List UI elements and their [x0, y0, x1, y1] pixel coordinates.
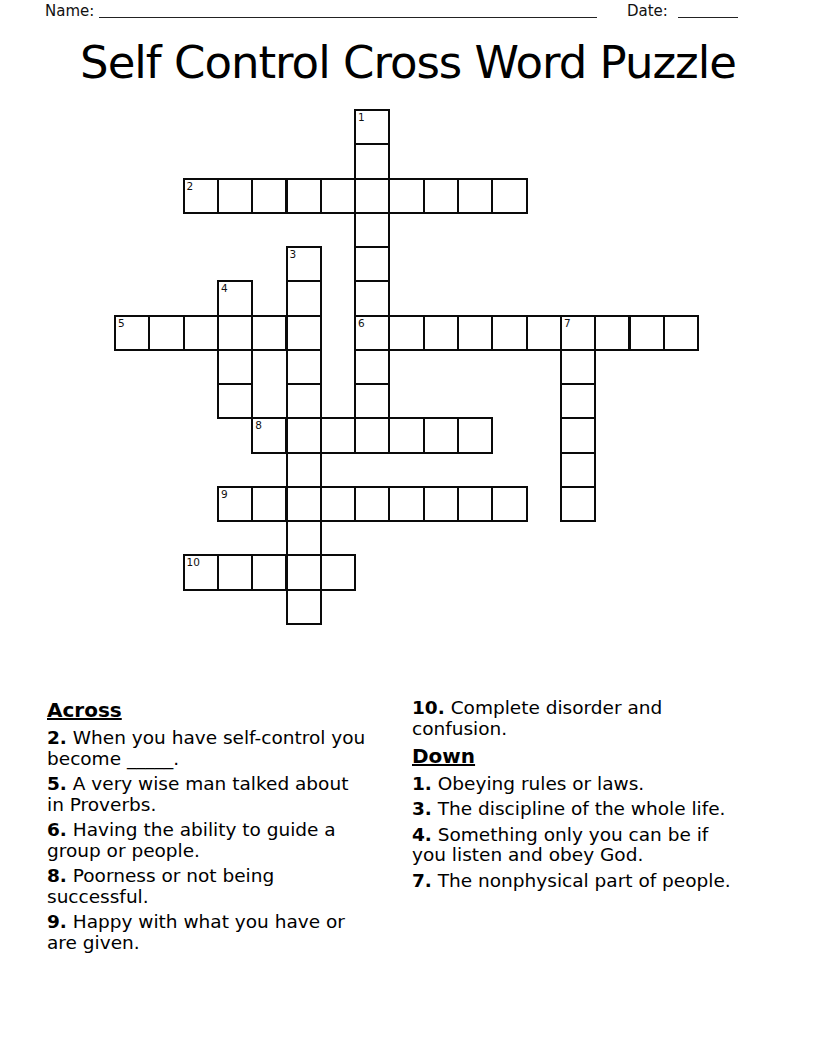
cell-r9-c6[interactable] [320, 417, 356, 453]
cell-r2-c11[interactable] [491, 178, 527, 214]
cell-r6-c16[interactable] [663, 315, 699, 351]
cell-r2-c4[interactable] [251, 178, 287, 214]
cell-r9-c4[interactable]: 8 [251, 417, 287, 453]
clues-left-column: Across 2. When you have self-control you… [47, 698, 399, 958]
cell-r8-c5[interactable] [286, 383, 322, 419]
cell-r4-c7[interactable] [354, 246, 390, 282]
cell-r11-c4[interactable] [251, 486, 287, 522]
cell-r9-c9[interactable] [423, 417, 459, 453]
clue-across-6: 6. Having the ability to guide agroup or… [47, 820, 399, 862]
cell-r11-c11[interactable] [491, 486, 527, 522]
cell-r0-c7[interactable]: 1 [354, 109, 390, 145]
cell-number-9: 9 [221, 488, 228, 500]
cell-r7-c5[interactable] [286, 349, 322, 385]
cell-r6-c12[interactable] [526, 315, 562, 351]
across-heading: Across [47, 698, 399, 722]
cell-number-1: 1 [358, 111, 365, 123]
clue-across-8: 8. Poorness or not beingsuccessful. [47, 866, 399, 908]
clue-down-7: 7. The nonphysical part of people. [412, 871, 768, 892]
cell-r11-c6[interactable] [320, 486, 356, 522]
cell-r9-c8[interactable] [388, 417, 424, 453]
cell-number-7: 7 [564, 317, 571, 329]
cell-r8-c7[interactable] [354, 383, 390, 419]
clue-num-label: 8. [47, 865, 67, 886]
cell-r8-c3[interactable] [217, 383, 253, 419]
cell-r1-c7[interactable] [354, 143, 390, 179]
cell-r2-c9[interactable] [423, 178, 459, 214]
cell-r3-c7[interactable] [354, 212, 390, 248]
clue-across-10: 10. Complete disorder andconfusion. [412, 698, 768, 740]
cell-r6-c1[interactable] [148, 315, 184, 351]
cell-r11-c3[interactable]: 9 [217, 486, 253, 522]
clue-num-label: 4. [412, 824, 432, 845]
clue-num-label: 7. [412, 870, 432, 891]
cell-r2-c7[interactable] [354, 178, 390, 214]
across-clue-list-continued: 10. Complete disorder andconfusion. [412, 698, 768, 740]
cell-r7-c7[interactable] [354, 349, 390, 385]
cell-r7-c13[interactable] [560, 349, 596, 385]
clue-num-label: 1. [412, 773, 432, 794]
cell-r11-c9[interactable] [423, 486, 459, 522]
cell-r6-c3[interactable] [217, 315, 253, 351]
cell-r9-c5[interactable] [286, 417, 322, 453]
cell-r13-c2[interactable]: 10 [183, 554, 219, 590]
cell-r10-c13[interactable] [560, 452, 596, 488]
cell-r11-c7[interactable] [354, 486, 390, 522]
clues-right-column: 10. Complete disorder andconfusion. Down… [412, 698, 768, 896]
cell-number-3: 3 [290, 248, 297, 260]
clue-num-label: 9. [47, 911, 67, 932]
cell-r13-c5[interactable] [286, 554, 322, 590]
cell-r6-c0[interactable]: 5 [114, 315, 150, 351]
cell-r6-c13[interactable]: 7 [560, 315, 596, 351]
cell-number-10: 10 [187, 556, 200, 568]
clue-down-1: 1. Obeying rules or laws. [412, 774, 768, 795]
cell-number-5: 5 [118, 317, 125, 329]
cell-r6-c8[interactable] [388, 315, 424, 351]
down-clue-list: 1. Obeying rules or laws.3. The discipli… [412, 774, 768, 891]
clue-across-9: 9. Happy with what you have orare given. [47, 912, 399, 954]
cell-number-4: 4 [221, 282, 228, 294]
cell-r14-c5[interactable] [286, 589, 322, 625]
clue-across-5: 5. A very wise man talked aboutin Prover… [47, 774, 399, 816]
cell-r10-c5[interactable] [286, 452, 322, 488]
cell-r2-c3[interactable] [217, 178, 253, 214]
cell-r13-c3[interactable] [217, 554, 253, 590]
cell-r11-c10[interactable] [457, 486, 493, 522]
cell-r11-c5[interactable] [286, 486, 322, 522]
cell-r6-c4[interactable] [251, 315, 287, 351]
cell-r7-c3[interactable] [217, 349, 253, 385]
clue-num-label: 2. [47, 727, 67, 748]
cell-r9-c13[interactable] [560, 417, 596, 453]
cell-r6-c9[interactable] [423, 315, 459, 351]
cell-r13-c6[interactable] [320, 554, 356, 590]
cell-r2-c8[interactable] [388, 178, 424, 214]
cell-r11-c8[interactable] [388, 486, 424, 522]
clue-down-4: 4. Something only you can be ifyou liste… [412, 825, 768, 867]
clue-num-label: 6. [47, 819, 67, 840]
cell-r9-c7[interactable] [354, 417, 390, 453]
cell-r6-c2[interactable] [183, 315, 219, 351]
cell-r6-c14[interactable] [594, 315, 630, 351]
cell-r6-c10[interactable] [457, 315, 493, 351]
clue-num-label: 5. [47, 773, 67, 794]
across-clue-list: 2. When you have self-control youbecome … [47, 728, 399, 954]
clue-across-2: 2. When you have self-control youbecome … [47, 728, 399, 770]
crossword-worksheet-page: { "game": "crossword", "title": "Self Co… [0, 0, 816, 1056]
clue-num-label: 10. [412, 697, 445, 718]
cell-r11-c13[interactable] [560, 486, 596, 522]
clue-num-label: 3. [412, 798, 432, 819]
cell-r2-c2[interactable]: 2 [183, 178, 219, 214]
cell-r12-c5[interactable] [286, 520, 322, 556]
cell-r2-c5[interactable] [286, 178, 322, 214]
down-heading: Down [412, 744, 768, 768]
cell-r6-c11[interactable] [491, 315, 527, 351]
cell-number-6: 6 [358, 317, 365, 329]
cell-r4-c5[interactable]: 3 [286, 246, 322, 282]
cell-r2-c10[interactable] [457, 178, 493, 214]
cell-r5-c7[interactable] [354, 280, 390, 316]
cell-r6-c5[interactable] [286, 315, 322, 351]
cell-r8-c13[interactable] [560, 383, 596, 419]
cell-r2-c6[interactable] [320, 178, 356, 214]
cell-r13-c4[interactable] [251, 554, 287, 590]
cell-r6-c7[interactable]: 6 [354, 315, 390, 351]
cell-number-8: 8 [255, 419, 262, 431]
cell-number-2: 2 [187, 180, 194, 192]
cell-r5-c5[interactable] [286, 280, 322, 316]
clue-down-3: 3. The discipline of the whole life. [412, 799, 768, 820]
cell-r9-c10[interactable] [457, 417, 493, 453]
cell-r6-c15[interactable] [629, 315, 665, 351]
cell-r5-c3[interactable]: 4 [217, 280, 253, 316]
